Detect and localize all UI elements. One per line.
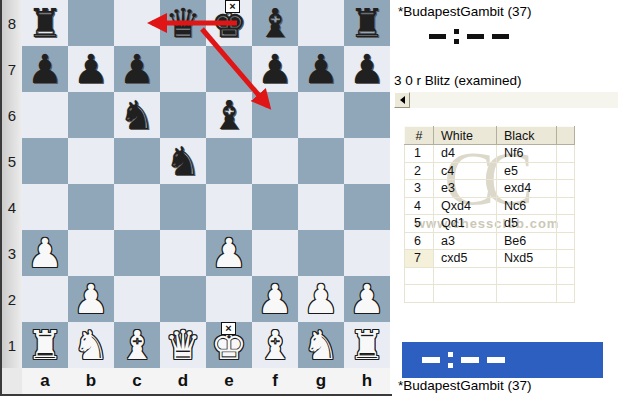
square-h5[interactable] (344, 138, 390, 184)
square-d3[interactable] (160, 230, 206, 276)
square-h1[interactable]: ♜ (344, 322, 390, 368)
white-move[interactable]: cxd5 (434, 250, 497, 268)
move-list-header-number: # (405, 127, 434, 145)
piece-white-knight[interactable]: ♞ (68, 322, 114, 368)
file-label-g: g (298, 368, 344, 394)
square-f5[interactable] (252, 138, 298, 184)
piece-white-pawn[interactable]: ♟ (298, 276, 344, 322)
piece-white-rook[interactable]: ♜ (344, 322, 390, 368)
move-extra-cell[interactable] (557, 180, 575, 198)
left-arrow-icon (396, 96, 405, 104)
square-c4[interactable] (114, 184, 160, 230)
square-f1[interactable]: ♝ (252, 322, 298, 368)
board-corner (0, 368, 22, 394)
file-label-a: a (22, 368, 68, 394)
empty-cell[interactable] (557, 285, 575, 303)
white-move[interactable]: a3 (434, 232, 497, 250)
move-number[interactable]: 6 (405, 232, 434, 250)
piece-black-pawn[interactable]: ♟ (344, 46, 390, 92)
move-row-1: 1d4Nf6 (405, 145, 575, 163)
move-extra-cell[interactable] (557, 162, 575, 180)
game-title: *BudapestGambit (37) (398, 378, 532, 393)
square-h7[interactable]: ♟ (344, 46, 390, 92)
empty-cell[interactable] (405, 267, 434, 285)
white-clock (402, 342, 603, 378)
square-a1[interactable]: ♜ (22, 322, 68, 368)
white-move[interactable]: Qd1 (434, 215, 497, 233)
white-move[interactable]: Qxd4 (434, 197, 497, 215)
piece-black-pawn[interactable]: ♟ (298, 46, 344, 92)
square-h2[interactable]: ♟ (344, 276, 390, 322)
move-number[interactable]: 5 (405, 215, 434, 233)
square-b8[interactable] (68, 0, 114, 46)
square-a3[interactable]: ♟ (22, 230, 68, 276)
file-label-e: e (206, 368, 252, 394)
square-d8[interactable]: ♛ (160, 0, 206, 46)
square-c6[interactable]: ♞ (114, 92, 160, 138)
square-d6[interactable] (160, 92, 206, 138)
square-f7[interactable]: ♟ (252, 46, 298, 92)
square-g8[interactable] (298, 0, 344, 46)
clock-dash (461, 357, 479, 363)
piece-black-rook[interactable]: ♜ (344, 0, 390, 46)
black-move[interactable]: exd4 (497, 180, 557, 198)
piece-white-bishop[interactable]: ♝ (252, 322, 298, 368)
move-row-5: 5Qd1d5 (405, 215, 575, 233)
piece-black-queen[interactable]: ♛ (160, 0, 206, 46)
square-b7[interactable]: ♟ (68, 46, 114, 92)
scroll-left-button[interactable] (394, 92, 410, 108)
move-extra-cell[interactable] (557, 215, 575, 233)
move-number[interactable]: 1 (405, 145, 434, 163)
move-row-2: 2c4e5 (405, 162, 575, 180)
square-g1[interactable]: ♞ (298, 322, 344, 368)
square-f4[interactable] (252, 184, 298, 230)
black-move[interactable]: Nf6 (497, 145, 557, 163)
move-list-header-black: Black (497, 127, 557, 145)
piece-black-pawn[interactable]: ♟ (68, 46, 114, 92)
move-number[interactable]: 7 (405, 250, 434, 268)
square-g3[interactable] (298, 230, 344, 276)
square-b2[interactable]: ♟ (68, 276, 114, 322)
game-title: *BudapestGambit (37) (398, 4, 532, 19)
move-row-7: 7cxd5Nxd5 (405, 250, 575, 268)
empty-cell[interactable] (497, 267, 557, 285)
square-c7[interactable]: ♟ (114, 46, 160, 92)
rank-label-6: 6 (2, 92, 22, 138)
white-move[interactable]: c4 (434, 162, 497, 180)
square-g7[interactable]: ♟ (298, 46, 344, 92)
move-row-6: 6a3Be6 (405, 232, 575, 250)
square-f8[interactable]: ♝ (252, 0, 298, 46)
move-row-3: 3e3exd4 (405, 180, 575, 198)
square-c1[interactable]: ♝ (114, 322, 160, 368)
clock-dash (487, 357, 505, 363)
move-extra-cell[interactable] (557, 250, 575, 268)
square-e6[interactable]: ♝ (206, 92, 252, 138)
move-row-empty (405, 267, 575, 285)
square-a6[interactable] (22, 92, 68, 138)
piece-black-knight[interactable]: ♞ (114, 92, 160, 138)
rank-label-7: 7 (2, 46, 22, 92)
move-row-4: 4Qxd4Nc6 (405, 197, 575, 215)
clock-dash (422, 357, 440, 363)
piece-black-pawn[interactable]: ♟ (114, 46, 160, 92)
square-e4[interactable] (206, 184, 252, 230)
empty-cell[interactable] (434, 285, 497, 303)
move-number[interactable]: 2 (405, 162, 434, 180)
file-label-c: c (114, 368, 160, 394)
black-clock (425, 27, 513, 45)
square-e5[interactable] (206, 138, 252, 184)
move-list-header-white: White (434, 127, 497, 145)
move-scrollbar[interactable] (394, 92, 618, 108)
black-move[interactable]: Be6 (497, 232, 557, 250)
black-move[interactable]: Nxd5 (497, 250, 557, 268)
square-b4[interactable] (68, 184, 114, 230)
square-g5[interactable] (298, 138, 344, 184)
file-label-h: h (344, 368, 390, 394)
piece-black-knight[interactable]: ♞ (160, 138, 206, 184)
empty-cell[interactable] (434, 267, 497, 285)
chess-client-window: 87654321 abcdefgh ♜♛♚♝♜♟♟♟♟♟♟♞♝♞♟♟♟♟♟♟♜♞… (0, 0, 620, 396)
square-d2[interactable] (160, 276, 206, 322)
piece-white-pawn[interactable]: ♟ (22, 230, 68, 276)
white-move[interactable]: d4 (434, 145, 497, 163)
square-f6[interactable] (252, 92, 298, 138)
rank-label-4: 4 (2, 184, 22, 230)
piece-white-bishop[interactable]: ♝ (114, 322, 160, 368)
square-g4[interactable] (298, 184, 344, 230)
square-h6[interactable] (344, 92, 390, 138)
file-label-f: f (252, 368, 298, 394)
file-labels: abcdefgh (22, 368, 390, 394)
rank-label-8: 8 (2, 0, 22, 46)
square-d1[interactable]: ♛ (160, 322, 206, 368)
piece-white-pawn[interactable]: ♟ (252, 276, 298, 322)
game-status: 3 0 r Blitz (examined) (394, 73, 522, 88)
piece-black-pawn[interactable]: ♟ (22, 46, 68, 92)
move-extra-cell[interactable] (557, 145, 575, 163)
square-a8[interactable]: ♜ (22, 0, 68, 46)
piece-black-bishop[interactable]: ♝ (206, 92, 252, 138)
black-move[interactable]: e5 (497, 162, 557, 180)
empty-cell[interactable] (405, 285, 434, 303)
square-b3[interactable] (68, 230, 114, 276)
clock-dash (467, 34, 484, 39)
square-f3[interactable] (252, 230, 298, 276)
square-h8[interactable]: ♜ (344, 0, 390, 46)
square-c3[interactable] (114, 230, 160, 276)
square-h3[interactable] (344, 230, 390, 276)
white-move[interactable]: e3 (434, 180, 497, 198)
rank-label-2: 2 (2, 276, 22, 322)
piece-black-rook[interactable]: ♜ (22, 0, 68, 46)
square-a2[interactable] (22, 276, 68, 322)
examine-mark-icon: × (221, 322, 236, 335)
piece-white-knight[interactable]: ♞ (298, 322, 344, 368)
clock-dash (429, 34, 446, 39)
game-info-panel: *BudapestGambit (37) 3 0 r Blitz (examin… (392, 0, 620, 396)
move-list-header-extra (557, 127, 575, 145)
empty-cell[interactable] (497, 285, 557, 303)
square-e3[interactable]: ♟ (206, 230, 252, 276)
piece-white-rook[interactable]: ♜ (22, 322, 68, 368)
square-h4[interactable] (344, 184, 390, 230)
file-label-d: d (160, 368, 206, 394)
piece-white-pawn[interactable]: ♟ (206, 230, 252, 276)
clock-colon (454, 29, 459, 44)
piece-black-bishop[interactable]: ♝ (252, 0, 298, 46)
square-c2[interactable] (114, 276, 160, 322)
move-extra-cell[interactable] (557, 232, 575, 250)
clock-dash (492, 34, 509, 39)
examine-mark-icon: × (225, 0, 240, 13)
piece-white-pawn[interactable]: ♟ (344, 276, 390, 322)
square-a7[interactable]: ♟ (22, 46, 68, 92)
square-e7[interactable] (206, 46, 252, 92)
square-e2[interactable] (206, 276, 252, 322)
piece-white-queen[interactable]: ♛ (160, 322, 206, 368)
rank-labels: 87654321 (0, 0, 22, 368)
black-move[interactable]: d5 (497, 215, 557, 233)
move-row-empty (405, 285, 575, 303)
square-g2[interactable]: ♟ (298, 276, 344, 322)
square-d5[interactable]: ♞ (160, 138, 206, 184)
clock-colon (448, 352, 453, 368)
square-b6[interactable] (68, 92, 114, 138)
square-d4[interactable] (160, 184, 206, 230)
square-f2[interactable]: ♟ (252, 276, 298, 322)
square-c8[interactable] (114, 0, 160, 46)
move-list: # White Black 1d4Nf62c4e53e3exd44Qxd4Nc6… (404, 126, 575, 303)
rank-label-1: 1 (2, 322, 22, 368)
piece-black-pawn[interactable]: ♟ (252, 46, 298, 92)
square-a5[interactable] (22, 138, 68, 184)
move-number[interactable]: 3 (405, 180, 434, 198)
file-label-b: b (68, 368, 114, 394)
black-move[interactable]: Nc6 (497, 197, 557, 215)
square-a4[interactable] (22, 184, 68, 230)
square-c5[interactable] (114, 138, 160, 184)
square-g6[interactable] (298, 92, 344, 138)
square-d7[interactable] (160, 46, 206, 92)
piece-white-pawn[interactable]: ♟ (68, 276, 114, 322)
move-number[interactable]: 4 (405, 197, 434, 215)
square-b1[interactable]: ♞ (68, 322, 114, 368)
empty-cell[interactable] (557, 267, 575, 285)
rank-label-3: 3 (2, 230, 22, 276)
square-b5[interactable] (68, 138, 114, 184)
chess-board[interactable]: ♜♛♚♝♜♟♟♟♟♟♟♞♝♞♟♟♟♟♟♟♜♞♝♛♚♝♞♜ (22, 0, 390, 368)
rank-label-5: 5 (2, 138, 22, 184)
move-extra-cell[interactable] (557, 197, 575, 215)
